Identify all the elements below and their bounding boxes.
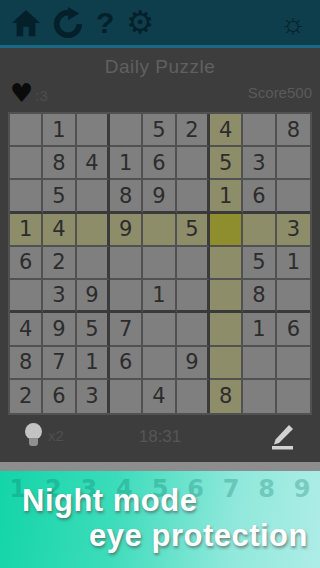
sudoku-cell[interactable]: 1	[77, 347, 110, 380]
sudoku-cell[interactable]	[177, 247, 210, 280]
sudoku-cell[interactable]	[210, 280, 243, 313]
sudoku-cell[interactable]	[277, 180, 310, 213]
sudoku-cell[interactable]: 5	[43, 180, 76, 213]
sudoku-cell[interactable]	[277, 380, 310, 413]
sudoku-cell[interactable]	[110, 280, 143, 313]
sudoku-cell[interactable]	[110, 114, 143, 147]
sudoku-cell[interactable]	[177, 313, 210, 346]
sudoku-cell[interactable]: 6	[43, 380, 76, 413]
sudoku-cell[interactable]	[177, 180, 210, 213]
sudoku-cell[interactable]	[10, 280, 43, 313]
sudoku-cell[interactable]: 4	[77, 147, 110, 180]
top-bar: ? ⚙ ☼	[0, 0, 320, 48]
sudoku-cell[interactable]: 8	[110, 180, 143, 213]
sudoku-cell[interactable]	[143, 347, 176, 380]
sudoku-cell[interactable]: 1	[10, 214, 43, 247]
lives-indicator: ♥ :3	[10, 80, 48, 106]
sudoku-cell[interactable]: 5	[77, 313, 110, 346]
sudoku-cell[interactable]	[243, 114, 276, 147]
sudoku-cell[interactable]	[177, 147, 210, 180]
sudoku-cell[interactable]: 5	[143, 114, 176, 147]
sudoku-cell[interactable]: 8	[277, 114, 310, 147]
sudoku-cell[interactable]	[243, 214, 276, 247]
sudoku-cell[interactable]: 4	[210, 114, 243, 147]
sudoku-cell[interactable]: 2	[10, 380, 43, 413]
sudoku-cell[interactable]	[10, 114, 43, 147]
night-mode-banner[interactable]: 123456789 Night mode eye protection	[0, 471, 320, 568]
sudoku-cell[interactable]: 5	[243, 247, 276, 280]
header: Daily Puzzle ♥ :3 Score500	[0, 48, 320, 112]
sudoku-cell[interactable]: 1	[277, 247, 310, 280]
sudoku-cell[interactable]: 8	[210, 380, 243, 413]
score-label: Score500	[248, 84, 312, 101]
sudoku-cell[interactable]: 9	[177, 347, 210, 380]
sudoku-cell[interactable]: 6	[110, 347, 143, 380]
sudoku-cell[interactable]	[210, 247, 243, 280]
sudoku-cell[interactable]: 1	[210, 180, 243, 213]
sudoku-cell[interactable]	[277, 347, 310, 380]
sudoku-cell[interactable]: 6	[243, 180, 276, 213]
help-icon[interactable]: ?	[96, 0, 114, 45]
numpad-top-strip	[0, 462, 320, 471]
sudoku-cell[interactable]	[10, 180, 43, 213]
sudoku-cell[interactable]: 9	[43, 313, 76, 346]
sudoku-cell[interactable]	[77, 214, 110, 247]
sudoku-cell[interactable]	[177, 280, 210, 313]
sudoku-cell[interactable]	[210, 347, 243, 380]
sudoku-cell[interactable]: 8	[10, 347, 43, 380]
sudoku-cell[interactable]: 1	[143, 280, 176, 313]
sudoku-cell[interactable]	[143, 313, 176, 346]
sudoku-cell[interactable]: 1	[43, 114, 76, 147]
page-title: Daily Puzzle	[0, 56, 320, 78]
brightness-sun-icon[interactable]: ☼	[279, 2, 306, 44]
pencil-notes-icon[interactable]	[268, 423, 295, 454]
sudoku-cell[interactable]: 4	[143, 380, 176, 413]
sudoku-cell[interactable]	[77, 114, 110, 147]
sudoku-cell[interactable]: 1	[243, 313, 276, 346]
sudoku-cell[interactable]	[243, 380, 276, 413]
sudoku-cell[interactable]	[77, 247, 110, 280]
sudoku-cell[interactable]	[277, 280, 310, 313]
sudoku-cell[interactable]: 7	[110, 313, 143, 346]
sudoku-cell[interactable]: 6	[143, 147, 176, 180]
sudoku-cell[interactable]	[210, 214, 243, 247]
sudoku-board: 1524884165358916149536251391849571687169…	[8, 112, 312, 415]
sudoku-cell[interactable]	[210, 313, 243, 346]
sudoku-cell[interactable]: 4	[43, 214, 76, 247]
sudoku-cell[interactable]: 5	[177, 214, 210, 247]
refresh-icon[interactable]	[52, 7, 84, 39]
sudoku-cell[interactable]: 8	[43, 147, 76, 180]
banner-line1: Night mode	[22, 483, 198, 519]
numpad-key: 8	[249, 473, 285, 505]
sudoku-cell[interactable]: 7	[43, 347, 76, 380]
sudoku-cell[interactable]	[110, 380, 143, 413]
sudoku-cell[interactable]: 2	[43, 247, 76, 280]
sudoku-cell[interactable]: 8	[243, 280, 276, 313]
sudoku-cell[interactable]: 3	[43, 280, 76, 313]
sudoku-cell[interactable]	[143, 247, 176, 280]
sudoku-cell[interactable]: 2	[177, 114, 210, 147]
banner-line2: eye protection	[89, 518, 308, 554]
sudoku-cell[interactable]: 4	[10, 313, 43, 346]
sudoku-cell[interactable]	[77, 180, 110, 213]
sudoku-cell[interactable]	[177, 380, 210, 413]
sudoku-cell[interactable]: 3	[277, 214, 310, 247]
sudoku-cell[interactable]: 3	[77, 380, 110, 413]
sudoku-cell[interactable]	[277, 147, 310, 180]
sudoku-cell[interactable]	[143, 214, 176, 247]
bottom-toolbar: x2 18:31	[0, 415, 320, 462]
numpad-key: 9	[284, 473, 320, 505]
heart-icon: ♥	[10, 80, 33, 106]
sudoku-cell[interactable]	[243, 347, 276, 380]
sudoku-cell[interactable]: 9	[143, 180, 176, 213]
home-icon[interactable]	[10, 8, 42, 38]
lives-count: :3	[35, 87, 48, 104]
numpad-key: 7	[213, 473, 249, 505]
settings-gear-icon[interactable]: ⚙	[126, 2, 154, 44]
sudoku-cell[interactable]: 9	[77, 280, 110, 313]
sudoku-cell[interactable]: 6	[277, 313, 310, 346]
sudoku-cell[interactable]: 1	[110, 147, 143, 180]
sudoku-cell[interactable]: 3	[243, 147, 276, 180]
sudoku-cell[interactable]: 5	[210, 147, 243, 180]
sudoku-cell[interactable]	[10, 147, 43, 180]
sudoku-cell[interactable]	[110, 247, 143, 280]
sudoku-cell[interactable]: 6	[10, 247, 43, 280]
sudoku-cell[interactable]: 9	[110, 214, 143, 247]
